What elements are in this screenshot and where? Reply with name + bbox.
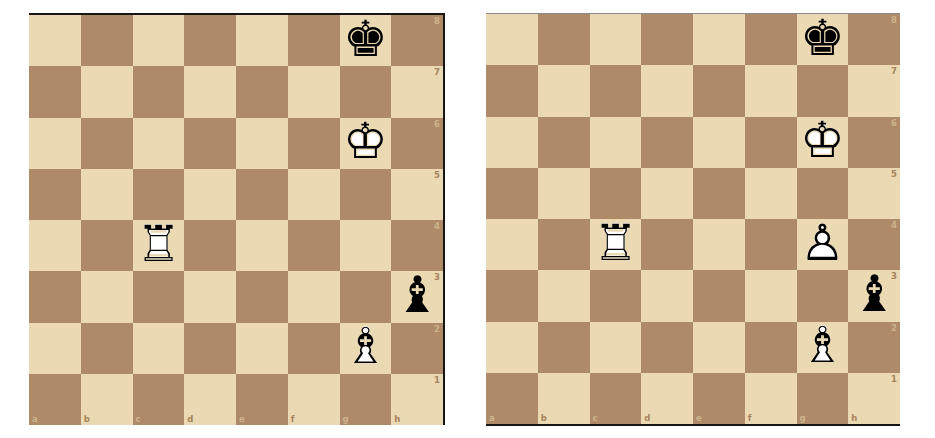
square-b7[interactable] [81, 66, 133, 117]
square-c3[interactable] [133, 271, 185, 322]
square-a7[interactable] [486, 65, 538, 116]
square-a8[interactable] [486, 14, 538, 65]
file-label-c: c [136, 415, 141, 424]
square-a6[interactable] [486, 117, 538, 168]
black-king-icon[interactable]: ♚ [340, 15, 392, 66]
file-label-f: f [291, 415, 295, 424]
square-e8[interactable] [693, 14, 745, 65]
file-label-g: g [800, 414, 806, 423]
square-b5[interactable] [538, 168, 590, 219]
square-h6[interactable]: 6 [848, 117, 900, 168]
square-g2[interactable]: ♝♗ [797, 322, 849, 373]
rank-label-4: 4 [891, 221, 897, 230]
square-a7[interactable] [29, 66, 81, 117]
square-a3[interactable] [29, 271, 81, 322]
rank-label-8: 8 [891, 16, 897, 25]
square-d5[interactable] [184, 169, 236, 220]
square-c5[interactable] [133, 169, 185, 220]
file-label-b: b [84, 415, 90, 424]
square-e3[interactable] [693, 270, 745, 321]
square-a3[interactable] [486, 270, 538, 321]
square-e3[interactable] [236, 271, 288, 322]
rank-label-5: 5 [891, 170, 897, 179]
square-g1[interactable]: g [797, 373, 849, 424]
square-d1[interactable]: d [641, 373, 693, 424]
square-g1[interactable]: g [340, 374, 392, 425]
square-d6[interactable] [641, 117, 693, 168]
square-e7[interactable] [693, 65, 745, 116]
square-f7[interactable] [288, 66, 340, 117]
page: ♚87♚♔65♜♖43♝♝♗2abcdefg1h ♚87♚♔65♜♖♟♙43♝♝… [0, 0, 935, 438]
square-c4[interactable]: ♜♖ [590, 219, 642, 270]
square-c2[interactable] [133, 323, 185, 374]
square-a1[interactable]: a [29, 374, 81, 425]
square-e6[interactable] [236, 118, 288, 169]
square-e1[interactable]: e [236, 374, 288, 425]
white-rook-icon[interactable]: ♜♖ [133, 220, 185, 271]
rank-label-8: 8 [434, 17, 440, 26]
square-g3[interactable] [340, 271, 392, 322]
file-label-e: e [696, 414, 702, 423]
square-f5[interactable] [288, 169, 340, 220]
square-f6[interactable] [745, 117, 797, 168]
square-h3[interactable]: 3♝ [391, 271, 443, 322]
black-bishop-icon[interactable]: ♝ [391, 271, 443, 322]
rank-label-2: 2 [891, 324, 897, 333]
white-king-icon[interactable]: ♚♔ [797, 117, 849, 168]
square-d1[interactable]: d [184, 374, 236, 425]
white-pawn-icon[interactable]: ♟♙ [797, 219, 849, 270]
white-pawn-outline: ♙ [800, 218, 845, 268]
file-label-a: a [489, 414, 495, 423]
chess-board-left: ♚87♚♔65♜♖43♝♝♗2abcdefg1h [29, 13, 445, 425]
square-c8[interactable] [590, 14, 642, 65]
square-d8[interactable] [641, 14, 693, 65]
square-c8[interactable] [133, 15, 185, 66]
rank-label-7: 7 [891, 67, 897, 76]
square-e5[interactable] [693, 168, 745, 219]
square-g8[interactable]: ♚ [340, 15, 392, 66]
square-d8[interactable] [184, 15, 236, 66]
square-a8[interactable] [29, 15, 81, 66]
rank-label-2: 2 [434, 325, 440, 334]
square-b8[interactable] [81, 15, 133, 66]
square-h7[interactable]: 7 [848, 65, 900, 116]
white-king-outline: ♔ [800, 115, 845, 165]
square-h4[interactable]: 4 [848, 219, 900, 270]
rank-label-1: 1 [434, 376, 440, 385]
square-f8[interactable] [745, 14, 797, 65]
black-bishop-glyph: ♝ [395, 270, 440, 320]
square-d2[interactable] [184, 323, 236, 374]
file-label-h: h [851, 414, 857, 423]
square-e4[interactable] [693, 219, 745, 270]
square-e4[interactable] [236, 220, 288, 271]
square-b4[interactable] [538, 219, 590, 270]
rank-label-1: 1 [891, 375, 897, 384]
square-d2[interactable] [641, 322, 693, 373]
square-f2[interactable] [745, 322, 797, 373]
square-b2[interactable] [538, 322, 590, 373]
square-d7[interactable] [184, 66, 236, 117]
rank-label-7: 7 [434, 68, 440, 77]
square-e2[interactable] [693, 322, 745, 373]
square-a6[interactable] [29, 118, 81, 169]
square-f2[interactable] [288, 323, 340, 374]
square-f3[interactable] [288, 271, 340, 322]
square-b2[interactable] [81, 323, 133, 374]
square-b1[interactable]: b [538, 373, 590, 424]
square-g7[interactable] [340, 66, 392, 117]
black-king-glyph: ♚ [343, 14, 388, 64]
square-a4[interactable] [486, 219, 538, 270]
square-e7[interactable] [236, 66, 288, 117]
square-d7[interactable] [641, 65, 693, 116]
square-b7[interactable] [538, 65, 590, 116]
file-label-d: d [187, 415, 193, 424]
white-bishop-outline: ♗ [343, 321, 388, 371]
rank-label-4: 4 [434, 222, 440, 231]
square-b3[interactable] [81, 271, 133, 322]
square-h1[interactable]: 1h [391, 374, 443, 425]
rank-label-5: 5 [434, 171, 440, 180]
square-b6[interactable] [81, 118, 133, 169]
square-g4[interactable]: ♟♙ [797, 219, 849, 270]
file-label-e: e [239, 415, 245, 424]
square-g2[interactable]: ♝♗ [340, 323, 392, 374]
square-g3[interactable] [797, 270, 849, 321]
square-h4[interactable]: 4 [391, 220, 443, 271]
square-d5[interactable] [641, 168, 693, 219]
square-f6[interactable] [288, 118, 340, 169]
square-h8[interactable]: 8 [391, 15, 443, 66]
square-f1[interactable]: f [745, 373, 797, 424]
white-rook-outline: ♖ [136, 219, 181, 269]
square-d6[interactable] [184, 118, 236, 169]
white-king-icon[interactable]: ♚♔ [340, 118, 392, 169]
white-bishop-icon[interactable]: ♝♗ [797, 322, 849, 373]
square-h8[interactable]: 8 [848, 14, 900, 65]
black-bishop-glyph: ♝ [852, 269, 897, 319]
square-a2[interactable] [29, 323, 81, 374]
square-c7[interactable] [590, 65, 642, 116]
file-label-d: d [644, 414, 650, 423]
white-rook-icon[interactable]: ♜♖ [590, 219, 642, 270]
file-label-c: c [593, 414, 598, 423]
square-e8[interactable] [236, 15, 288, 66]
square-b5[interactable] [81, 169, 133, 220]
square-h1[interactable]: 1h [848, 373, 900, 424]
square-f4[interactable] [288, 220, 340, 271]
file-label-b: b [541, 414, 547, 423]
square-e1[interactable]: e [693, 373, 745, 424]
square-h3[interactable]: 3♝ [848, 270, 900, 321]
square-c2[interactable] [590, 322, 642, 373]
square-e6[interactable] [693, 117, 745, 168]
black-bishop-icon[interactable]: ♝ [848, 270, 900, 321]
square-g6[interactable]: ♚♔ [340, 118, 392, 169]
square-g7[interactable] [797, 65, 849, 116]
square-h5[interactable]: 5 [391, 169, 443, 220]
square-c6[interactable] [590, 117, 642, 168]
square-a5[interactable] [486, 168, 538, 219]
file-label-h: h [394, 415, 400, 424]
square-c3[interactable] [590, 270, 642, 321]
square-a5[interactable] [29, 169, 81, 220]
square-b4[interactable] [81, 220, 133, 271]
white-rook-outline: ♖ [593, 218, 638, 268]
square-h6[interactable]: 6 [391, 118, 443, 169]
square-h5[interactable]: 5 [848, 168, 900, 219]
square-f7[interactable] [745, 65, 797, 116]
square-e5[interactable] [236, 169, 288, 220]
file-label-g: g [343, 415, 349, 424]
square-b3[interactable] [538, 270, 590, 321]
square-c1[interactable]: c [590, 373, 642, 424]
square-d4[interactable] [641, 219, 693, 270]
square-g5[interactable] [797, 168, 849, 219]
square-g6[interactable]: ♚♔ [797, 117, 849, 168]
black-king-icon[interactable]: ♚ [797, 14, 849, 65]
square-e2[interactable] [236, 323, 288, 374]
square-h2[interactable]: 2 [391, 323, 443, 374]
square-f4[interactable] [745, 219, 797, 270]
rank-label-6: 6 [891, 119, 897, 128]
white-bishop-icon[interactable]: ♝♗ [340, 323, 392, 374]
file-label-a: a [32, 415, 38, 424]
chess-board-right: ♚87♚♔65♜♖♟♙43♝♝♗2abcdefg1h [486, 13, 900, 426]
square-h2[interactable]: 2 [848, 322, 900, 373]
square-c4[interactable]: ♜♖ [133, 220, 185, 271]
square-c7[interactable] [133, 66, 185, 117]
rank-label-6: 6 [434, 120, 440, 129]
square-c1[interactable]: c [133, 374, 185, 425]
square-f3[interactable] [745, 270, 797, 321]
square-g8[interactable]: ♚ [797, 14, 849, 65]
square-a1[interactable]: a [486, 373, 538, 424]
square-d3[interactable] [641, 270, 693, 321]
square-g4[interactable] [340, 220, 392, 271]
square-d4[interactable] [184, 220, 236, 271]
square-h7[interactable]: 7 [391, 66, 443, 117]
square-f5[interactable] [745, 168, 797, 219]
square-b8[interactable] [538, 14, 590, 65]
black-king-glyph: ♚ [800, 13, 845, 63]
square-d3[interactable] [184, 271, 236, 322]
white-bishop-outline: ♗ [800, 320, 845, 370]
square-f1[interactable]: f [288, 374, 340, 425]
square-a2[interactable] [486, 322, 538, 373]
white-king-outline: ♔ [343, 116, 388, 166]
square-b6[interactable] [538, 117, 590, 168]
square-f8[interactable] [288, 15, 340, 66]
file-label-f: f [748, 414, 752, 423]
square-g5[interactable] [340, 169, 392, 220]
square-b1[interactable]: b [81, 374, 133, 425]
square-a4[interactable] [29, 220, 81, 271]
square-c6[interactable] [133, 118, 185, 169]
square-c5[interactable] [590, 168, 642, 219]
